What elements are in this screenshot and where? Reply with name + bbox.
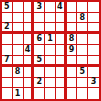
cell-r7c8[interactable]: 5 [77,67,88,78]
cell-r4c5[interactable]: 1 [45,34,56,45]
cell-r1c3[interactable] [24,2,35,13]
cell-r4c2[interactable] [13,34,24,45]
cell-r3c6[interactable] [56,23,67,34]
cell-r2c4[interactable] [34,13,45,24]
cell-r8c2[interactable] [13,78,24,89]
given-digit: 3 [36,2,42,10]
cell-r8c7[interactable] [67,78,78,89]
given-digit: 4 [25,45,31,53]
cell-r3c4[interactable] [34,23,45,34]
cell-r6c9[interactable] [88,56,99,67]
cell-r3c2[interactable] [13,23,24,34]
cell-r5c7[interactable]: 9 [67,45,78,56]
cell-r9c3[interactable] [24,88,35,99]
cell-r2c7[interactable] [67,13,78,24]
cell-r6c3[interactable] [24,56,35,67]
cell-r3c9[interactable] [88,23,99,34]
cell-r1c5[interactable] [45,2,56,13]
cell-r8c9[interactable]: 3 [88,78,99,89]
cell-r8c3[interactable] [24,78,35,89]
cell-r5c5[interactable] [45,45,56,56]
cell-r2c6[interactable] [56,13,67,24]
given-digit: 8 [80,13,86,21]
cell-r1c7[interactable] [67,2,78,13]
cell-r9c5[interactable] [45,88,56,99]
cell-r3c7[interactable] [67,23,78,34]
cell-r8c6[interactable] [56,78,67,89]
cell-r7c3[interactable] [24,67,35,78]
cell-r6c7[interactable] [67,56,78,67]
given-digit: 8 [15,67,21,75]
cell-r8c1[interactable] [2,78,13,89]
cell-r9c4[interactable] [34,88,45,99]
cell-r7c1[interactable] [2,67,13,78]
given-digit: 9 [69,45,75,53]
cell-r1c4[interactable]: 3 [34,2,45,13]
given-digit: 5 [80,67,86,75]
given-digit: 5 [4,2,10,10]
cell-r1c2[interactable] [13,2,24,13]
cell-r3c3[interactable] [24,23,35,34]
cell-r7c6[interactable] [56,67,67,78]
given-digit: 1 [47,35,53,43]
cell-r9c7[interactable] [67,88,78,99]
given-digit: 8 [69,35,75,43]
sudoku-board: 53482618497585231 [0,0,101,101]
cell-r1c1[interactable]: 5 [2,2,13,13]
cell-r4c8[interactable] [77,34,88,45]
cell-r6c2[interactable] [13,56,24,67]
cell-r5c6[interactable] [56,45,67,56]
cell-r4c4[interactable]: 6 [34,34,45,45]
cell-r9c8[interactable] [77,88,88,99]
given-digit: 2 [4,23,10,31]
cell-r1c6[interactable]: 4 [56,2,67,13]
cell-r6c6[interactable] [56,56,67,67]
cell-r8c5[interactable] [45,78,56,89]
given-digit: 2 [36,78,42,86]
given-digit: 4 [57,2,63,10]
given-digit: 3 [91,78,97,86]
given-digit: 6 [36,35,42,43]
cell-r6c1[interactable]: 7 [2,56,13,67]
cell-r5c3[interactable]: 4 [24,45,35,56]
cell-r3c1[interactable]: 2 [2,23,13,34]
cell-r6c8[interactable] [77,56,88,67]
cell-r9c9[interactable] [88,88,99,99]
cell-r7c5[interactable] [45,67,56,78]
cell-r6c4[interactable]: 5 [34,56,45,67]
cell-r9c2[interactable]: 1 [13,88,24,99]
cell-r5c8[interactable] [77,45,88,56]
cell-r4c9[interactable] [88,34,99,45]
cell-r2c8[interactable]: 8 [77,13,88,24]
cell-r4c1[interactable] [2,34,13,45]
cell-r8c4[interactable]: 2 [34,78,45,89]
cell-r9c1[interactable] [2,88,13,99]
cell-r2c2[interactable] [13,13,24,24]
cell-r7c7[interactable] [67,67,78,78]
given-digit: 5 [36,55,42,63]
cell-r5c2[interactable] [13,45,24,56]
cell-r4c6[interactable] [56,34,67,45]
cell-r2c9[interactable] [88,13,99,24]
cell-r3c5[interactable] [45,23,56,34]
cell-r8c8[interactable] [77,78,88,89]
cell-r1c9[interactable] [88,2,99,13]
cell-r3c8[interactable] [77,23,88,34]
given-digit: 7 [4,55,10,63]
cell-r2c5[interactable] [45,13,56,24]
cell-r6c5[interactable] [45,56,56,67]
cell-r9c6[interactable] [56,88,67,99]
cell-r7c2[interactable]: 8 [13,67,24,78]
cell-r2c3[interactable] [24,13,35,24]
cell-r5c9[interactable] [88,45,99,56]
given-digit: 1 [15,89,21,97]
